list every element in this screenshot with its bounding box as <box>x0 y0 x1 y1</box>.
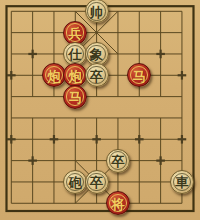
piece-black-general[interactable]: 帅 <box>85 0 109 23</box>
piece-red-horse[interactable]: 马 <box>127 63 151 87</box>
piece-red-general[interactable]: 将 <box>106 191 130 215</box>
board-intersection: 炮 <box>43 65 64 86</box>
piece-glyph: 兵 <box>69 26 83 40</box>
piece-black-soldier[interactable]: 卒 <box>106 149 130 173</box>
piece-glyph: 卒 <box>111 154 125 168</box>
board-intersection: 仕 <box>65 43 86 64</box>
board-intersection: 帅 <box>86 1 107 22</box>
piece-glyph: 仕 <box>69 48 83 62</box>
board-intersection: 将 <box>107 193 128 214</box>
piece-glyph: 将 <box>111 197 125 211</box>
piece-glyph: 炮 <box>69 69 83 83</box>
piece-glyph: 砲 <box>69 176 83 190</box>
piece-glyph: 卒 <box>90 176 104 190</box>
board-intersection: 象 <box>86 43 107 64</box>
piece-black-soldier[interactable]: 卒 <box>85 63 109 87</box>
piece-black-chariot[interactable]: 車 <box>170 170 194 194</box>
board-intersection: 马 <box>65 86 86 107</box>
piece-red-cannon[interactable]: 炮 <box>63 63 87 87</box>
piece-red-horse[interactable]: 马 <box>63 85 87 109</box>
piece-glyph: 炮 <box>47 69 61 83</box>
piece-glyph: 車 <box>175 176 189 190</box>
board-intersection: 炮 <box>65 65 86 86</box>
piece-black-soldier[interactable]: 卒 <box>85 170 109 194</box>
piece-black-cannon[interactable]: 砲 <box>63 170 87 194</box>
board-intersection: 卒 <box>107 150 128 171</box>
piece-glyph: 帅 <box>90 5 104 19</box>
board-intersection: 卒 <box>86 171 107 192</box>
board-intersection: 砲 <box>65 171 86 192</box>
board-intersection: 马 <box>129 65 150 86</box>
board-intersection: 卒 <box>86 65 107 86</box>
piece-glyph: 卒 <box>90 69 104 83</box>
board-intersection: 兵 <box>65 22 86 43</box>
xiangqi-board: 帅兵仕象炮炮卒马马卒砲卒車将 <box>0 0 200 220</box>
piece-glyph: 马 <box>133 69 147 83</box>
piece-glyph: 马 <box>69 90 83 104</box>
pieces-layer: 帅兵仕象炮炮卒马马卒砲卒車将 <box>1 1 193 214</box>
piece-glyph: 象 <box>90 48 104 62</box>
board-intersection: 車 <box>171 171 192 192</box>
